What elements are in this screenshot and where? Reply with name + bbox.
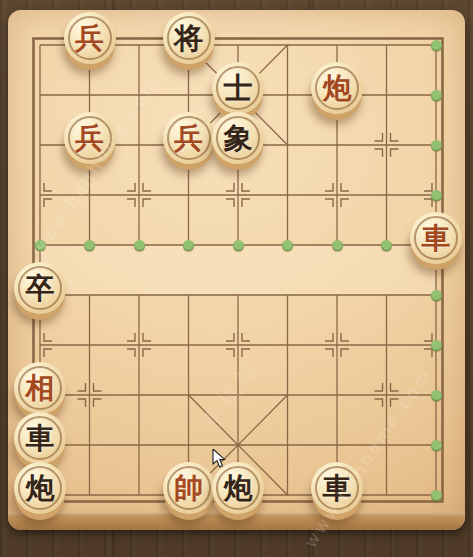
legal-move-dot[interactable] xyxy=(233,240,244,251)
piece-glyph: 車 xyxy=(311,462,363,514)
piece-glyph: 象 xyxy=(212,112,264,164)
legal-move-dot[interactable] xyxy=(431,40,442,51)
piece-red-general[interactable]: 帥 xyxy=(163,462,215,514)
piece-black-soldier[interactable]: 卒 xyxy=(14,262,66,314)
legal-move-dot[interactable] xyxy=(35,240,46,251)
legal-move-dot[interactable] xyxy=(134,240,145,251)
piece-red-chariot[interactable]: 車 xyxy=(410,212,462,264)
piece-glyph: 兵 xyxy=(64,112,116,164)
piece-red-soldier[interactable]: 兵 xyxy=(163,112,215,164)
legal-move-dot[interactable] xyxy=(431,340,442,351)
piece-glyph: 将 xyxy=(163,12,215,64)
legal-move-dot[interactable] xyxy=(183,240,194,251)
piece-red-soldier[interactable]: 兵 xyxy=(64,12,116,64)
legal-move-dot[interactable] xyxy=(431,490,442,501)
piece-red-soldier[interactable]: 兵 xyxy=(64,112,116,164)
piece-red-cannon[interactable]: 炮 xyxy=(311,62,363,114)
legal-move-dot[interactable] xyxy=(431,190,442,201)
legal-move-dot[interactable] xyxy=(431,140,442,151)
piece-glyph: 車 xyxy=(14,412,66,464)
legal-move-dot[interactable] xyxy=(282,240,293,251)
piece-glyph: 車 xyxy=(410,212,462,264)
piece-glyph: 兵 xyxy=(163,112,215,164)
piece-black-general[interactable]: 将 xyxy=(163,12,215,64)
piece-glyph: 卒 xyxy=(14,262,66,314)
piece-black-chariot[interactable]: 車 xyxy=(14,412,66,464)
piece-black-advisor[interactable]: 士 xyxy=(212,62,264,114)
legal-move-dot[interactable] xyxy=(431,390,442,401)
xiangqi-game-screen: 兵将士炮兵兵象車卒相車炮帥炮車 www.hanhome.com 手机站 www.… xyxy=(0,0,473,557)
mouse-cursor-icon xyxy=(212,449,230,473)
piece-glyph: 炮 xyxy=(311,62,363,114)
legal-move-dot[interactable] xyxy=(431,440,442,451)
piece-glyph: 士 xyxy=(212,62,264,114)
piece-glyph: 相 xyxy=(14,362,66,414)
piece-red-elephant[interactable]: 相 xyxy=(14,362,66,414)
legal-move-dot[interactable] xyxy=(332,240,343,251)
piece-black-elephant[interactable]: 象 xyxy=(212,112,264,164)
piece-glyph: 帥 xyxy=(163,462,215,514)
piece-black-chariot[interactable]: 車 xyxy=(311,462,363,514)
piece-glyph: 炮 xyxy=(14,462,66,514)
piece-glyph: 兵 xyxy=(64,12,116,64)
legal-move-dot[interactable] xyxy=(431,90,442,101)
piece-black-cannon[interactable]: 炮 xyxy=(14,462,66,514)
legal-move-dot[interactable] xyxy=(431,290,442,301)
legal-move-dot[interactable] xyxy=(84,240,95,251)
legal-move-dot[interactable] xyxy=(381,240,392,251)
